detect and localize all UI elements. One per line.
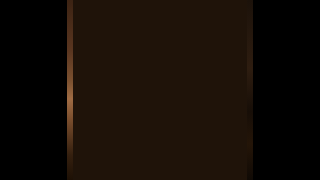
board-frame [67,0,253,180]
game-screen [0,0,320,180]
board-frame-bottom [67,176,253,180]
